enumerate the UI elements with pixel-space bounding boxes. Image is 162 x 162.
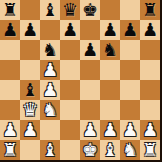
square-h5[interactable]	[140, 60, 160, 80]
square-f3[interactable]	[100, 100, 120, 120]
piece-black-pawn: ♟	[22, 20, 38, 40]
square-c6[interactable]: ♞	[40, 40, 60, 60]
piece-black-rook: ♜	[142, 0, 158, 20]
square-f6[interactable]: ♞	[100, 40, 120, 60]
square-f1[interactable]: ♝	[100, 140, 120, 160]
square-g3[interactable]	[120, 100, 140, 120]
square-a8[interactable]: ♜	[0, 0, 20, 20]
piece-black-queen: ♛	[62, 0, 78, 20]
square-h6[interactable]	[140, 40, 160, 60]
piece-white-knight: ♞	[122, 140, 138, 160]
piece-white-pawn: ♟	[122, 120, 138, 140]
square-f4[interactable]	[100, 80, 120, 100]
square-d7[interactable]: ♟	[60, 20, 80, 40]
piece-white-pawn: ♟	[42, 80, 58, 100]
square-b6[interactable]	[20, 40, 40, 60]
square-e6[interactable]: ♟	[80, 40, 100, 60]
square-g5[interactable]	[120, 60, 140, 80]
piece-black-knight: ♞	[102, 40, 118, 60]
square-c3[interactable]: ♞	[40, 100, 60, 120]
piece-black-pawn: ♟	[82, 40, 98, 60]
square-d5[interactable]	[60, 60, 80, 80]
square-c8[interactable]: ♝	[40, 0, 60, 20]
square-b1[interactable]	[20, 140, 40, 160]
square-f7[interactable]: ♟	[100, 20, 120, 40]
square-g1[interactable]: ♞	[120, 140, 140, 160]
square-d3[interactable]	[60, 100, 80, 120]
square-g8[interactable]	[120, 0, 140, 20]
piece-black-bishop: ♝	[22, 80, 38, 100]
piece-white-pawn: ♟	[102, 120, 118, 140]
piece-white-rook: ♜	[2, 140, 18, 160]
square-a3[interactable]	[0, 100, 20, 120]
square-c2[interactable]	[40, 120, 60, 140]
square-e2[interactable]: ♟	[80, 120, 100, 140]
square-b8[interactable]	[20, 0, 40, 20]
square-h8[interactable]: ♜	[140, 0, 160, 20]
square-h7[interactable]: ♟	[140, 20, 160, 40]
chess-board: ♜♝♛♚♜♟♟♟♟♟♟♞♟♞♟♝♟♛♞♟♟♟♟♟♟♜♝♚♝♞♜	[0, 0, 162, 162]
piece-white-queen: ♛	[22, 100, 38, 120]
piece-black-pawn: ♟	[122, 20, 138, 40]
square-e1[interactable]: ♚	[80, 140, 100, 160]
square-a6[interactable]	[0, 40, 20, 60]
square-g4[interactable]	[120, 80, 140, 100]
square-e5[interactable]	[80, 60, 100, 80]
square-b4[interactable]: ♝	[20, 80, 40, 100]
square-e4[interactable]	[80, 80, 100, 100]
square-c1[interactable]: ♝	[40, 140, 60, 160]
piece-black-pawn: ♟	[62, 20, 78, 40]
piece-black-pawn: ♟	[102, 20, 118, 40]
square-a5[interactable]	[0, 60, 20, 80]
square-b5[interactable]	[20, 60, 40, 80]
piece-black-rook: ♜	[2, 0, 18, 20]
square-e7[interactable]	[80, 20, 100, 40]
piece-white-pawn: ♟	[82, 120, 98, 140]
square-h1[interactable]: ♜	[140, 140, 160, 160]
piece-white-pawn: ♟	[2, 120, 18, 140]
piece-black-bishop: ♝	[42, 0, 58, 20]
piece-black-knight: ♞	[42, 40, 58, 60]
square-h2[interactable]: ♟	[140, 120, 160, 140]
square-e3[interactable]	[80, 100, 100, 120]
square-c4[interactable]: ♟	[40, 80, 60, 100]
square-a2[interactable]: ♟	[0, 120, 20, 140]
square-d2[interactable]	[60, 120, 80, 140]
square-a1[interactable]: ♜	[0, 140, 20, 160]
piece-white-bishop: ♝	[102, 140, 118, 160]
square-g6[interactable]	[120, 40, 140, 60]
square-b2[interactable]: ♟	[20, 120, 40, 140]
square-c5[interactable]: ♟	[40, 60, 60, 80]
square-g7[interactable]: ♟	[120, 20, 140, 40]
square-b3[interactable]: ♛	[20, 100, 40, 120]
piece-white-pawn: ♟	[22, 120, 38, 140]
square-b7[interactable]: ♟	[20, 20, 40, 40]
square-h3[interactable]	[140, 100, 160, 120]
square-c7[interactable]	[40, 20, 60, 40]
piece-white-bishop: ♝	[42, 140, 58, 160]
square-g2[interactable]: ♟	[120, 120, 140, 140]
square-f5[interactable]	[100, 60, 120, 80]
piece-black-king: ♚	[82, 0, 98, 20]
piece-white-knight: ♞	[42, 100, 58, 120]
piece-white-king: ♚	[82, 140, 98, 160]
square-d8[interactable]: ♛	[60, 0, 80, 20]
piece-white-pawn: ♟	[142, 120, 158, 140]
square-f2[interactable]: ♟	[100, 120, 120, 140]
square-f8[interactable]	[100, 0, 120, 20]
piece-white-pawn: ♟	[42, 60, 58, 80]
square-e8[interactable]: ♚	[80, 0, 100, 20]
square-a7[interactable]: ♟	[0, 20, 20, 40]
square-a4[interactable]	[0, 80, 20, 100]
square-d4[interactable]	[60, 80, 80, 100]
square-d6[interactable]	[60, 40, 80, 60]
piece-white-rook: ♜	[142, 140, 158, 160]
square-h4[interactable]	[140, 80, 160, 100]
piece-black-pawn: ♟	[142, 20, 158, 40]
piece-black-pawn: ♟	[2, 20, 18, 40]
square-d1[interactable]	[60, 140, 80, 160]
